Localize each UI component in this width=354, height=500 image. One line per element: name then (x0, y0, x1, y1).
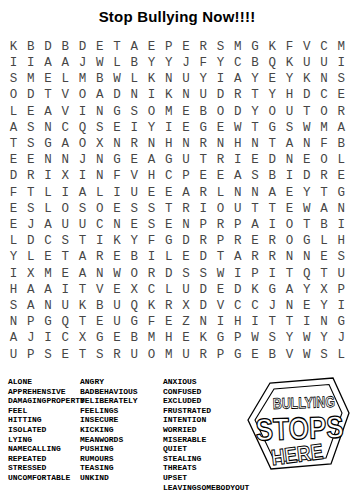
grid-cell[interactable]: D (195, 250, 212, 266)
grid-cell[interactable]: G (91, 331, 108, 347)
grid-cell[interactable]: G (195, 120, 212, 136)
grid-cell[interactable]: C (143, 282, 160, 298)
grid-cell[interactable]: S (91, 347, 108, 363)
grid-cell[interactable]: F (316, 136, 333, 152)
grid-cell[interactable]: I (22, 55, 39, 71)
grid-cell[interactable]: E (109, 120, 126, 136)
grid-cell[interactable]: J (22, 331, 39, 347)
grid-cell[interactable]: L (40, 185, 57, 201)
grid-cell[interactable]: A (22, 282, 39, 298)
grid-cell[interactable]: E (22, 104, 39, 120)
grid-cell[interactable]: Y (247, 104, 264, 120)
grid-cell[interactable]: B (195, 104, 212, 120)
grid-cell[interactable]: H (229, 314, 246, 330)
grid-cell[interactable]: S (316, 347, 333, 363)
grid-cell[interactable]: P (247, 266, 264, 282)
grid-cell[interactable]: L (160, 282, 177, 298)
grid-cell[interactable]: O (143, 104, 160, 120)
grid-cell[interactable]: I (229, 152, 246, 168)
grid-cell[interactable]: R (229, 88, 246, 104)
grid-cell[interactable]: F (143, 314, 160, 330)
grid-cell[interactable]: B (126, 55, 143, 71)
grid-cell[interactable]: U (5, 347, 22, 363)
grid-cell[interactable]: T (40, 88, 57, 104)
grid-cell[interactable]: A (74, 250, 91, 266)
grid-cell[interactable]: E (212, 120, 229, 136)
grid-cell[interactable]: K (264, 39, 281, 55)
grid-cell[interactable]: N (298, 136, 315, 152)
grid-cell[interactable]: U (126, 347, 143, 363)
grid-cell[interactable]: S (5, 71, 22, 87)
grid-cell[interactable]: A (229, 250, 246, 266)
grid-cell[interactable]: I (5, 266, 22, 282)
grid-cell[interactable]: G (264, 282, 281, 298)
grid-cell[interactable]: A (281, 282, 298, 298)
grid-cell[interactable]: B (91, 71, 108, 87)
grid-cell[interactable]: N (247, 136, 264, 152)
grid-cell[interactable]: N (281, 298, 298, 314)
grid-cell[interactable]: H (160, 136, 177, 152)
grid-cell[interactable]: L (109, 55, 126, 71)
grid-cell[interactable]: A (143, 152, 160, 168)
grid-cell[interactable]: E (264, 71, 281, 87)
grid-cell[interactable]: O (264, 104, 281, 120)
grid-cell[interactable]: T (195, 152, 212, 168)
grid-cell[interactable]: E (333, 169, 350, 185)
grid-cell[interactable]: T (22, 185, 39, 201)
grid-cell[interactable]: J (333, 331, 350, 347)
grid-cell[interactable]: S (178, 266, 195, 282)
grid-cell[interactable]: V (91, 282, 108, 298)
grid-cell[interactable]: E (91, 39, 108, 55)
grid-cell[interactable]: M (160, 347, 177, 363)
grid-cell[interactable]: U (281, 104, 298, 120)
grid-cell[interactable]: S (143, 217, 160, 233)
grid-cell[interactable]: Y (264, 88, 281, 104)
grid-cell[interactable]: V (298, 39, 315, 55)
grid-cell[interactable]: E (212, 282, 229, 298)
grid-cell[interactable]: R (91, 250, 108, 266)
grid-cell[interactable]: G (40, 314, 57, 330)
grid-cell[interactable]: W (91, 55, 108, 71)
grid-cell[interactable]: E (5, 152, 22, 168)
grid-cell[interactable]: T (74, 314, 91, 330)
grid-cell[interactable]: X (22, 266, 39, 282)
grid-cell[interactable]: R (316, 169, 333, 185)
grid-cell[interactable]: I (264, 266, 281, 282)
grid-cell[interactable]: D (195, 298, 212, 314)
grid-cell[interactable]: R (195, 347, 212, 363)
grid-cell[interactable]: L (333, 152, 350, 168)
grid-cell[interactable]: I (247, 314, 264, 330)
grid-cell[interactable]: D (229, 282, 246, 298)
grid-cell[interactable]: O (126, 266, 143, 282)
grid-cell[interactable]: L (22, 250, 39, 266)
grid-cell[interactable]: X (57, 169, 74, 185)
grid-cell[interactable]: G (109, 104, 126, 120)
grid-cell[interactable]: Y (316, 331, 333, 347)
grid-cell[interactable]: N (126, 88, 143, 104)
grid-cell[interactable]: I (160, 120, 177, 136)
grid-cell[interactable]: R (160, 298, 177, 314)
grid-cell[interactable]: C (40, 233, 57, 249)
grid-cell[interactable]: A (91, 88, 108, 104)
grid-cell[interactable]: R (264, 233, 281, 249)
grid-cell[interactable]: O (91, 201, 108, 217)
grid-cell[interactable]: N (247, 185, 264, 201)
grid-cell[interactable]: F (5, 185, 22, 201)
grid-cell[interactable]: E (126, 152, 143, 168)
grid-cell[interactable]: T (316, 185, 333, 201)
grid-cell[interactable]: K (281, 55, 298, 71)
grid-cell[interactable]: H (5, 282, 22, 298)
grid-cell[interactable]: G (264, 120, 281, 136)
grid-cell[interactable]: O (212, 201, 229, 217)
grid-cell[interactable]: X (91, 136, 108, 152)
grid-cell[interactable]: T (298, 217, 315, 233)
grid-cell[interactable]: D (160, 266, 177, 282)
grid-cell[interactable]: R (195, 233, 212, 249)
grid-cell[interactable]: S (57, 233, 74, 249)
grid-cell[interactable]: S (212, 39, 229, 55)
grid-cell[interactable]: F (109, 169, 126, 185)
grid-cell[interactable]: Y (160, 55, 177, 71)
grid-cell[interactable]: S (22, 120, 39, 136)
grid-cell[interactable]: E (57, 347, 74, 363)
grid-cell[interactable]: D (74, 39, 91, 55)
grid-cell[interactable]: I (109, 185, 126, 201)
grid-cell[interactable]: W (109, 266, 126, 282)
grid-cell[interactable]: A (40, 282, 57, 298)
grid-cell[interactable]: J (264, 298, 281, 314)
grid-cell[interactable]: E (143, 39, 160, 55)
grid-cell[interactable]: E (160, 217, 177, 233)
grid-cell[interactable]: X (74, 331, 91, 347)
grid-cell[interactable]: T (74, 347, 91, 363)
grid-cell[interactable]: E (57, 266, 74, 282)
grid-cell[interactable]: T (264, 136, 281, 152)
grid-cell[interactable]: Q (74, 120, 91, 136)
grid-cell[interactable]: H (229, 136, 246, 152)
grid-cell[interactable]: R (212, 152, 229, 168)
grid-cell[interactable]: S (247, 169, 264, 185)
grid-cell[interactable]: P (22, 314, 39, 330)
grid-cell[interactable]: S (195, 266, 212, 282)
grid-cell[interactable]: E (178, 331, 195, 347)
grid-cell[interactable]: G (298, 233, 315, 249)
grid-cell[interactable]: G (160, 233, 177, 249)
grid-cell[interactable]: T (74, 282, 91, 298)
grid-cell[interactable]: D (229, 104, 246, 120)
grid-cell[interactable]: A (5, 331, 22, 347)
grid-cell[interactable]: E (126, 217, 143, 233)
grid-cell[interactable]: T (298, 104, 315, 120)
grid-cell[interactable]: U (126, 185, 143, 201)
grid-cell[interactable]: F (281, 39, 298, 55)
grid-cell[interactable]: L (57, 71, 74, 87)
grid-cell[interactable]: K (143, 71, 160, 87)
grid-cell[interactable]: T (247, 201, 264, 217)
grid-cell[interactable]: N (91, 266, 108, 282)
grid-cell[interactable]: A (126, 39, 143, 55)
grid-cell[interactable]: E (281, 185, 298, 201)
grid-cell[interactable]: K (298, 71, 315, 87)
grid-cell[interactable]: N (212, 136, 229, 152)
grid-cell[interactable]: V (281, 347, 298, 363)
grid-cell[interactable]: T (316, 266, 333, 282)
grid-cell[interactable]: A (229, 169, 246, 185)
grid-cell[interactable]: Y (126, 233, 143, 249)
grid-cell[interactable]: K (160, 88, 177, 104)
grid-cell[interactable]: I (212, 71, 229, 87)
grid-cell[interactable]: I (264, 217, 281, 233)
grid-cell[interactable]: R (247, 250, 264, 266)
grid-cell[interactable]: N (298, 250, 315, 266)
grid-cell[interactable]: W (298, 331, 315, 347)
grid-cell[interactable]: T (247, 120, 264, 136)
grid-cell[interactable]: Q (264, 55, 281, 71)
grid-cell[interactable]: U (229, 201, 246, 217)
grid-cell[interactable]: D (212, 88, 229, 104)
grid-cell[interactable]: O (281, 233, 298, 249)
grid-cell[interactable]: F (143, 233, 160, 249)
grid-cell[interactable]: C (91, 217, 108, 233)
grid-cell[interactable]: O (316, 104, 333, 120)
grid-cell[interactable]: D (195, 282, 212, 298)
grid-cell[interactable]: N (178, 217, 195, 233)
grid-cell[interactable]: C (57, 331, 74, 347)
grid-cell[interactable]: Y (298, 185, 315, 201)
grid-cell[interactable]: L (126, 71, 143, 87)
grid-cell[interactable]: A (74, 185, 91, 201)
grid-cell[interactable]: D (264, 152, 281, 168)
grid-cell[interactable]: N (40, 120, 57, 136)
grid-cell[interactable]: I (229, 266, 246, 282)
grid-cell[interactable]: E (160, 185, 177, 201)
grid-cell[interactable]: J (22, 217, 39, 233)
grid-cell[interactable]: O (281, 217, 298, 233)
grid-cell[interactable]: D (298, 169, 315, 185)
grid-cell[interactable]: H (160, 331, 177, 347)
grid-cell[interactable]: M (160, 104, 177, 120)
grid-cell[interactable]: A (40, 217, 57, 233)
grid-cell[interactable]: Y (212, 55, 229, 71)
grid-cell[interactable]: A (178, 185, 195, 201)
grid-cell[interactable]: E (109, 250, 126, 266)
grid-cell[interactable]: G (229, 347, 246, 363)
grid-cell[interactable]: V (57, 104, 74, 120)
grid-cell[interactable]: Q (57, 314, 74, 330)
grid-cell[interactable]: A (264, 185, 281, 201)
grid-cell[interactable]: E (247, 152, 264, 168)
grid-cell[interactable]: N (91, 169, 108, 185)
grid-cell[interactable]: H (333, 233, 350, 249)
grid-cell[interactable]: A (22, 298, 39, 314)
grid-cell[interactable]: K (247, 282, 264, 298)
grid-cell[interactable]: N (333, 201, 350, 217)
grid-cell[interactable]: W (298, 201, 315, 217)
grid-cell[interactable]: N (316, 314, 333, 330)
grid-cell[interactable]: V (126, 169, 143, 185)
grid-cell[interactable]: R (126, 136, 143, 152)
grid-cell[interactable]: B (264, 347, 281, 363)
grid-cell[interactable]: T (109, 39, 126, 55)
grid-cell[interactable]: I (143, 88, 160, 104)
grid-cell[interactable]: P (178, 169, 195, 185)
grid-cell[interactable]: T (160, 201, 177, 217)
grid-cell[interactable]: M (229, 39, 246, 55)
grid-cell[interactable]: A (5, 120, 22, 136)
grid-cell[interactable]: W (298, 347, 315, 363)
grid-cell[interactable]: L (212, 185, 229, 201)
grid-cell[interactable]: B (247, 55, 264, 71)
grid-cell[interactable]: N (316, 71, 333, 87)
grid-cell[interactable]: S (264, 331, 281, 347)
grid-cell[interactable]: E (5, 201, 22, 217)
grid-cell[interactable]: M (333, 39, 350, 55)
grid-cell[interactable]: D (298, 88, 315, 104)
grid-cell[interactable]: U (109, 298, 126, 314)
grid-cell[interactable]: R (195, 136, 212, 152)
grid-cell[interactable]: Z (178, 314, 195, 330)
grid-cell[interactable]: L (160, 250, 177, 266)
grid-cell[interactable]: R (264, 250, 281, 266)
grid-cell[interactable]: A (40, 55, 57, 71)
grid-cell[interactable]: K (74, 298, 91, 314)
grid-cell[interactable]: A (316, 201, 333, 217)
grid-cell[interactable]: S (143, 201, 160, 217)
grid-cell[interactable]: A (333, 120, 350, 136)
grid-cell[interactable]: U (298, 55, 315, 71)
grid-cell[interactable]: I (57, 282, 74, 298)
grid-cell[interactable]: E (5, 217, 22, 233)
grid-cell[interactable]: U (57, 298, 74, 314)
grid-cell[interactable]: S (333, 71, 350, 87)
grid-cell[interactable]: U (178, 152, 195, 168)
grid-cell[interactable]: E (281, 201, 298, 217)
grid-cell[interactable]: Q (126, 298, 143, 314)
grid-cell[interactable]: T (74, 233, 91, 249)
grid-cell[interactable]: Y (195, 71, 212, 87)
grid-cell[interactable]: G (109, 152, 126, 168)
grid-cell[interactable]: P (333, 282, 350, 298)
grid-cell[interactable]: I (57, 185, 74, 201)
grid-cell[interactable]: R (22, 169, 39, 185)
grid-cell[interactable]: E (212, 169, 229, 185)
grid-cell[interactable]: M (40, 266, 57, 282)
grid-cell[interactable]: T (5, 136, 22, 152)
grid-cell[interactable]: S (5, 298, 22, 314)
grid-cell[interactable]: G (333, 185, 350, 201)
grid-cell[interactable]: E (298, 152, 315, 168)
grid-cell[interactable]: I (195, 201, 212, 217)
grid-cell[interactable]: N (5, 314, 22, 330)
grid-cell[interactable]: M (316, 120, 333, 136)
grid-cell[interactable]: W (212, 266, 229, 282)
grid-cell[interactable]: E (195, 169, 212, 185)
grid-cell[interactable]: N (195, 314, 212, 330)
grid-cell[interactable]: S (40, 347, 57, 363)
grid-cell[interactable]: U (57, 217, 74, 233)
grid-cell[interactable]: Y (298, 282, 315, 298)
grid-cell[interactable]: I (143, 250, 160, 266)
grid-cell[interactable]: P (22, 347, 39, 363)
grid-cell[interactable]: E (109, 282, 126, 298)
grid-cell[interactable]: U (316, 55, 333, 71)
grid-cell[interactable]: G (212, 331, 229, 347)
grid-cell[interactable]: I (74, 104, 91, 120)
grid-cell[interactable]: E (160, 314, 177, 330)
grid-cell[interactable]: E (316, 250, 333, 266)
grid-cell[interactable]: I (5, 55, 22, 71)
grid-cell[interactable]: U (109, 314, 126, 330)
grid-cell[interactable]: G (160, 152, 177, 168)
grid-cell[interactable]: D (178, 233, 195, 249)
grid-cell[interactable]: I (281, 169, 298, 185)
grid-cell[interactable]: C (247, 298, 264, 314)
grid-cell[interactable]: O (57, 201, 74, 217)
grid-cell[interactable]: E (178, 39, 195, 55)
grid-cell[interactable]: D (5, 169, 22, 185)
grid-cell[interactable]: A (40, 104, 57, 120)
grid-cell[interactable]: N (143, 136, 160, 152)
grid-cell[interactable]: W (247, 331, 264, 347)
grid-cell[interactable]: K (5, 39, 22, 55)
grid-cell[interactable]: I (298, 314, 315, 330)
grid-cell[interactable]: J (74, 152, 91, 168)
grid-cell[interactable]: Y (143, 55, 160, 71)
grid-cell[interactable]: I (126, 120, 143, 136)
grid-cell[interactable]: I (212, 314, 229, 330)
grid-cell[interactable]: C (229, 55, 246, 71)
grid-cell[interactable]: P (160, 39, 177, 55)
grid-cell[interactable]: N (281, 152, 298, 168)
grid-cell[interactable]: G (333, 314, 350, 330)
grid-cell[interactable]: Y (5, 250, 22, 266)
grid-cell[interactable]: I (91, 233, 108, 249)
grid-cell[interactable]: O (74, 136, 91, 152)
grid-cell[interactable]: S (22, 201, 39, 217)
grid-cell[interactable]: S (126, 104, 143, 120)
grid-cell[interactable]: I (40, 331, 57, 347)
grid-cell[interactable]: E (22, 152, 39, 168)
grid-cell[interactable]: A (229, 71, 246, 87)
grid-cell[interactable]: S (22, 136, 39, 152)
grid-cell[interactable]: T (57, 250, 74, 266)
grid-cell[interactable]: R (333, 104, 350, 120)
grid-cell[interactable]: U (333, 266, 350, 282)
grid-cell[interactable]: N (178, 136, 195, 152)
grid-cell[interactable]: E (178, 250, 195, 266)
grid-cell[interactable]: N (91, 104, 108, 120)
grid-cell[interactable]: R (229, 233, 246, 249)
grid-cell[interactable]: N (91, 152, 108, 168)
grid-cell[interactable]: N (229, 185, 246, 201)
grid-cell[interactable]: O (5, 88, 22, 104)
grid-cell[interactable]: U (195, 88, 212, 104)
grid-cell[interactable]: C (57, 120, 74, 136)
grid-cell[interactable]: U (178, 347, 195, 363)
grid-cell[interactable]: N (178, 88, 195, 104)
grid-cell[interactable]: N (40, 298, 57, 314)
grid-cell[interactable]: E (91, 314, 108, 330)
grid-cell[interactable]: I (333, 217, 350, 233)
grid-cell[interactable]: R (143, 266, 160, 282)
grid-cell[interactable]: W (229, 120, 246, 136)
grid-cell[interactable]: R (195, 39, 212, 55)
grid-cell[interactable]: S (74, 201, 91, 217)
grid-cell[interactable]: L (40, 201, 57, 217)
